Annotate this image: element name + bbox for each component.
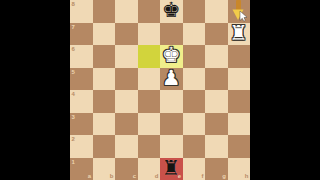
file-label-a: a bbox=[88, 173, 91, 179]
square-e6[interactable]: ♚ bbox=[160, 45, 183, 68]
square-c4[interactable] bbox=[115, 90, 138, 113]
square-a4[interactable]: 4 bbox=[70, 90, 93, 113]
square-g1[interactable]: g bbox=[205, 158, 228, 181]
piece-black-rook[interactable]: ♜ bbox=[162, 158, 181, 179]
square-b2[interactable] bbox=[93, 135, 116, 158]
file-label-g: g bbox=[222, 173, 226, 179]
square-h2[interactable] bbox=[228, 135, 251, 158]
square-c6[interactable] bbox=[115, 45, 138, 68]
square-e8[interactable]: ♚ bbox=[160, 0, 183, 23]
rank-label-6: 6 bbox=[72, 46, 75, 52]
square-c7[interactable] bbox=[115, 23, 138, 46]
piece-black-king[interactable]: ♚ bbox=[162, 0, 181, 21]
square-d8[interactable] bbox=[138, 0, 161, 23]
square-g5[interactable] bbox=[205, 68, 228, 91]
square-h8[interactable] bbox=[228, 0, 251, 23]
square-b6[interactable] bbox=[93, 45, 116, 68]
square-f7[interactable] bbox=[183, 23, 206, 46]
rank-label-7: 7 bbox=[72, 24, 75, 30]
square-g2[interactable] bbox=[205, 135, 228, 158]
square-h4[interactable] bbox=[228, 90, 251, 113]
square-f1[interactable]: f bbox=[183, 158, 206, 181]
square-c2[interactable] bbox=[115, 135, 138, 158]
square-f8[interactable] bbox=[183, 0, 206, 23]
piece-white-pawn[interactable]: ♟ bbox=[162, 68, 181, 89]
square-b5[interactable] bbox=[93, 68, 116, 91]
piece-white-rook[interactable]: ♜ bbox=[229, 23, 248, 44]
square-e7[interactable] bbox=[160, 23, 183, 46]
square-d1[interactable]: d bbox=[138, 158, 161, 181]
square-h1[interactable]: h bbox=[228, 158, 251, 181]
square-f6[interactable] bbox=[183, 45, 206, 68]
square-b1[interactable]: b bbox=[93, 158, 116, 181]
square-h3[interactable] bbox=[228, 113, 251, 136]
square-e2[interactable] bbox=[160, 135, 183, 158]
square-a1[interactable]: 1a bbox=[70, 158, 93, 181]
square-a2[interactable]: 2 bbox=[70, 135, 93, 158]
square-c5[interactable] bbox=[115, 68, 138, 91]
square-f4[interactable] bbox=[183, 90, 206, 113]
square-b3[interactable] bbox=[93, 113, 116, 136]
piece-white-king[interactable]: ♚ bbox=[162, 45, 181, 66]
square-d2[interactable] bbox=[138, 135, 161, 158]
rank-label-8: 8 bbox=[72, 1, 75, 7]
square-f5[interactable] bbox=[183, 68, 206, 91]
square-g4[interactable] bbox=[205, 90, 228, 113]
rank-label-2: 2 bbox=[72, 136, 75, 142]
square-h6[interactable] bbox=[228, 45, 251, 68]
file-label-b: b bbox=[110, 173, 114, 179]
rank-label-4: 4 bbox=[72, 91, 75, 97]
square-a3[interactable]: 3 bbox=[70, 113, 93, 136]
square-d6[interactable] bbox=[138, 45, 161, 68]
square-h7[interactable]: ♜ bbox=[228, 23, 251, 46]
file-label-d: d bbox=[155, 173, 159, 179]
chess-board: 8♚7♜6♚5♟4321abcde♜fgh bbox=[70, 0, 250, 180]
file-label-f: f bbox=[202, 173, 204, 179]
square-f3[interactable] bbox=[183, 113, 206, 136]
square-g7[interactable] bbox=[205, 23, 228, 46]
square-b7[interactable] bbox=[93, 23, 116, 46]
square-h5[interactable] bbox=[228, 68, 251, 91]
rank-label-1: 1 bbox=[72, 159, 75, 165]
square-d4[interactable] bbox=[138, 90, 161, 113]
file-label-c: c bbox=[133, 173, 136, 179]
square-d7[interactable] bbox=[138, 23, 161, 46]
square-f2[interactable] bbox=[183, 135, 206, 158]
square-e1[interactable]: e♜ bbox=[160, 158, 183, 181]
rank-label-3: 3 bbox=[72, 114, 75, 120]
square-c3[interactable] bbox=[115, 113, 138, 136]
square-g3[interactable] bbox=[205, 113, 228, 136]
square-a8[interactable]: 8 bbox=[70, 0, 93, 23]
square-b8[interactable] bbox=[93, 0, 116, 23]
square-e3[interactable] bbox=[160, 113, 183, 136]
square-e5[interactable]: ♟ bbox=[160, 68, 183, 91]
square-a5[interactable]: 5 bbox=[70, 68, 93, 91]
square-c8[interactable] bbox=[115, 0, 138, 23]
rank-label-5: 5 bbox=[72, 69, 75, 75]
square-g8[interactable] bbox=[205, 0, 228, 23]
square-b4[interactable] bbox=[93, 90, 116, 113]
app-stage: 8♚7♜6♚5♟4321abcde♜fgh bbox=[0, 0, 320, 180]
square-g6[interactable] bbox=[205, 45, 228, 68]
square-d3[interactable] bbox=[138, 113, 161, 136]
square-d5[interactable] bbox=[138, 68, 161, 91]
square-e4[interactable] bbox=[160, 90, 183, 113]
square-a7[interactable]: 7 bbox=[70, 23, 93, 46]
square-c1[interactable]: c bbox=[115, 158, 138, 181]
file-label-h: h bbox=[245, 173, 249, 179]
square-a6[interactable]: 6 bbox=[70, 45, 93, 68]
